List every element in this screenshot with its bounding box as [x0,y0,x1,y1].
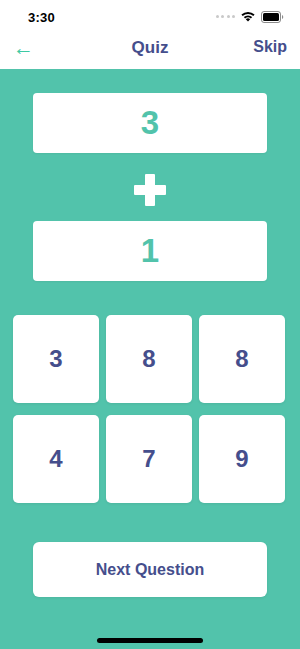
answer-option-6[interactable]: 9 [199,415,285,503]
answer-option-3[interactable]: 8 [199,315,285,403]
battery-icon [261,11,284,23]
home-indicator[interactable] [97,638,203,643]
answer-option-1[interactable]: 3 [13,315,99,403]
wifi-icon [240,11,256,23]
operand1-box: 3 [33,93,267,153]
status-bar: 3:30 [0,0,300,30]
plus-operator-text: + [134,174,135,175]
quiz-app-screen: 3:30 ← Quiz Skip 3 + 1 [0,0,300,649]
operand2-box: 1 [33,221,267,281]
cellular-dots-icon [216,15,236,19]
status-icons [216,11,285,23]
plus-operator-icon: + [134,174,166,206]
nav-bar: ← Quiz Skip [0,30,300,69]
next-question-button[interactable]: Next Question [33,542,267,597]
answer-option-2[interactable]: 8 [106,315,192,403]
answer-option-4[interactable]: 4 [13,415,99,503]
clock-time: 3:30 [28,10,55,25]
quiz-content: 3 + 1 3 8 8 4 7 9 Next Question [0,69,300,649]
answer-option-5[interactable]: 7 [106,415,192,503]
skip-button[interactable]: Skip [253,38,287,56]
answer-grid: 3 8 8 4 7 9 [13,315,285,503]
